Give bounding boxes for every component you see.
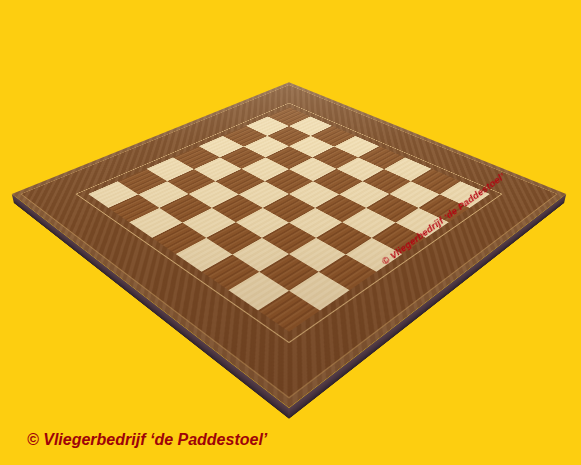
square-r7c7	[258, 290, 321, 331]
board-top-surface	[12, 82, 566, 408]
square-r5c5	[262, 222, 317, 254]
square-r7c3	[152, 222, 207, 254]
square-r5c7	[318, 254, 377, 290]
photo-stage: © Vliegerbedrijf ‘de Paddestoel’ © Vlieg…	[0, 0, 581, 465]
square-r3c6	[342, 208, 395, 238]
square-r7c6	[228, 272, 289, 311]
square-r4c4	[263, 194, 315, 222]
square-r6c5	[232, 238, 289, 272]
square-r5c4	[236, 208, 289, 238]
square-r4c5	[289, 208, 342, 238]
square-r5c6	[289, 238, 346, 272]
square-r6c7	[289, 272, 350, 311]
square-r3c5	[315, 194, 367, 222]
square-r5c3	[211, 194, 263, 222]
square-r7c2	[129, 208, 182, 238]
chessboard	[12, 82, 566, 408]
square-r7c1	[108, 194, 160, 222]
square-r2c6	[367, 194, 419, 222]
copyright-caption: © Vliegerbedrijf ‘de Paddestoel’	[27, 431, 267, 449]
square-r6c2	[160, 194, 212, 222]
square-r6c3	[183, 208, 236, 238]
square-r4c6	[316, 222, 371, 254]
square-r6c6	[260, 254, 319, 290]
square-r7c5	[201, 254, 260, 290]
square-r7c4	[176, 238, 233, 272]
square-r6c4	[207, 222, 262, 254]
